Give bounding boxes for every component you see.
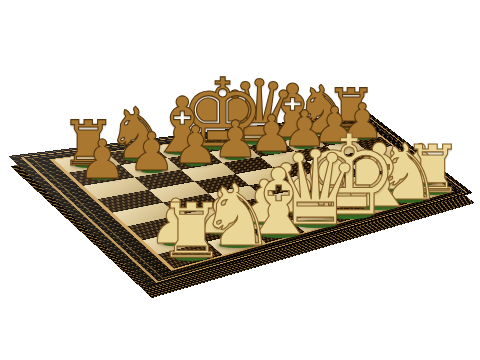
pieces-layer: ♜♞♝♟♛♟♟♚♟♝♟♞♟♜♟♟♟♟♜♟♞♟♝♟♚♟♛♟♝♟♞♜ (0, 0, 480, 360)
piece-glyph: ♟ (70, 133, 134, 187)
piece-glyph: ♜ (146, 194, 237, 269)
chess-set-photo-scene: ♜♞♝♟♛♟♟♚♟♝♟♞♟♜♟♟♟♟♜♟♞♟♝♟♚♟♛♟♝♟♞♜ (0, 0, 480, 360)
black-pawn-a7[interactable]: ♟ (70, 133, 134, 181)
white-rook-a1[interactable]: ♜ (146, 194, 237, 262)
